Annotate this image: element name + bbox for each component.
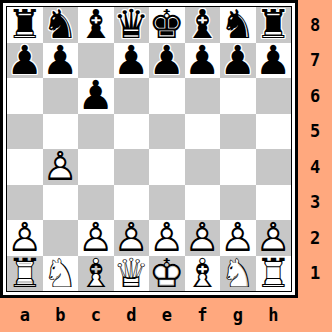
rank-label-7: 7 <box>298 43 332 79</box>
square-a4[interactable] <box>7 149 43 185</box>
piece-black-pawn[interactable]: ♟︎ <box>78 78 114 114</box>
chess-board: ♜♞♝♛♚♝♞♜♟︎♟︎♟︎♟︎♟︎♟︎♟︎♟︎♟︎♙︎♟︎♙︎♟︎♙︎♟︎♙︎… <box>7 7 291 291</box>
square-c8[interactable]: ♝ <box>78 7 114 43</box>
square-g6[interactable] <box>220 78 256 114</box>
square-d1[interactable]: ♛♕ <box>114 256 150 292</box>
square-a1[interactable]: ♜♖ <box>7 256 43 292</box>
piece-outline: ♔ <box>149 256 185 292</box>
square-e1[interactable]: ♚♔ <box>149 256 185 292</box>
piece-outline: ♘ <box>42 256 78 292</box>
square-d7[interactable]: ♟︎ <box>114 43 150 79</box>
square-b1[interactable]: ♞♘ <box>43 256 79 292</box>
piece-black-pawn[interactable]: ♟︎ <box>149 43 185 79</box>
file-label-f: f <box>185 298 221 332</box>
rank-label-6: 6 <box>298 78 332 114</box>
piece-black-pawn[interactable]: ♟︎ <box>43 43 79 79</box>
file-labels: a b c d e f g h <box>7 298 291 332</box>
chess-board-frame: ♜♞♝♛♚♝♞♜♟︎♟︎♟︎♟︎♟︎♟︎♟︎♟︎♟︎♙︎♟︎♙︎♟︎♙︎♟︎♙︎… <box>0 0 298 298</box>
square-a6[interactable] <box>7 78 43 114</box>
square-e5[interactable] <box>149 114 185 150</box>
square-g4[interactable] <box>220 149 256 185</box>
piece-outline: ♖ <box>7 256 43 292</box>
square-f4[interactable] <box>185 149 221 185</box>
file-label-a: a <box>7 298 43 332</box>
rank-label-1: 1 <box>298 256 332 292</box>
piece-black-pawn[interactable]: ♟︎ <box>7 43 43 79</box>
rank-label-8: 8 <box>298 7 332 43</box>
piece-white-knight[interactable]: ♞♘ <box>220 256 256 292</box>
piece-white-pawn[interactable]: ♟︎♙︎ <box>43 149 79 185</box>
square-h4[interactable] <box>256 149 292 185</box>
piece-outline: ♕ <box>113 256 149 292</box>
square-h1[interactable]: ♜♖ <box>256 256 292 292</box>
square-g1[interactable]: ♞♘ <box>220 256 256 292</box>
piece-white-king[interactable]: ♚♔ <box>149 256 185 292</box>
square-d4[interactable] <box>114 149 150 185</box>
rank-label-2: 2 <box>298 220 332 256</box>
piece-outline: ♖ <box>255 256 291 292</box>
piece-white-rook[interactable]: ♜♖ <box>7 256 43 292</box>
piece-white-bishop[interactable]: ♝♗ <box>78 256 114 292</box>
rank-labels: 8 7 6 5 4 3 2 1 <box>298 7 332 291</box>
square-f1[interactable]: ♝♗ <box>185 256 221 292</box>
square-e4[interactable] <box>149 149 185 185</box>
square-g7[interactable]: ♟︎ <box>220 43 256 79</box>
square-h7[interactable]: ♟︎ <box>256 43 292 79</box>
square-f7[interactable]: ♟︎ <box>185 43 221 79</box>
square-h6[interactable] <box>256 78 292 114</box>
file-label-h: h <box>256 298 292 332</box>
piece-outline: ♗ <box>78 256 114 292</box>
piece-white-rook[interactable]: ♜♖ <box>256 256 292 292</box>
piece-black-bishop[interactable]: ♝ <box>78 7 114 43</box>
square-d6[interactable] <box>114 78 150 114</box>
square-c6[interactable]: ♟︎ <box>78 78 114 114</box>
piece-silhouette: ♟︎ <box>255 43 291 79</box>
square-a7[interactable]: ♟︎ <box>7 43 43 79</box>
piece-white-knight[interactable]: ♞♘ <box>43 256 79 292</box>
piece-silhouette: ♝ <box>78 7 114 43</box>
piece-silhouette: ♟︎ <box>149 43 185 79</box>
piece-white-queen[interactable]: ♛♕ <box>114 256 150 292</box>
piece-silhouette: ♟︎ <box>78 78 114 114</box>
square-c5[interactable] <box>78 114 114 150</box>
square-e7[interactable]: ♟︎ <box>149 43 185 79</box>
file-label-d: d <box>114 298 150 332</box>
square-c4[interactable] <box>78 149 114 185</box>
square-b3[interactable] <box>43 185 79 221</box>
file-label-e: e <box>149 298 185 332</box>
piece-black-pawn[interactable]: ♟︎ <box>220 43 256 79</box>
square-h5[interactable] <box>256 114 292 150</box>
rank-label-4: 4 <box>298 149 332 185</box>
file-label-b: b <box>43 298 79 332</box>
square-g5[interactable] <box>220 114 256 150</box>
file-label-g: g <box>220 298 256 332</box>
piece-silhouette: ♟︎ <box>220 43 256 79</box>
square-f6[interactable] <box>185 78 221 114</box>
square-e6[interactable] <box>149 78 185 114</box>
piece-outline: ♗ <box>184 256 220 292</box>
square-d5[interactable] <box>114 114 150 150</box>
chess-diagram: ♜♞♝♛♚♝♞♜♟︎♟︎♟︎♟︎♟︎♟︎♟︎♟︎♟︎♙︎♟︎♙︎♟︎♙︎♟︎♙︎… <box>0 0 332 332</box>
rank-label-3: 3 <box>298 185 332 221</box>
file-label-c: c <box>78 298 114 332</box>
square-b7[interactable]: ♟︎ <box>43 43 79 79</box>
piece-outline: ♘ <box>220 256 256 292</box>
square-f5[interactable] <box>185 114 221 150</box>
piece-silhouette: ♟︎ <box>184 43 220 79</box>
piece-black-pawn[interactable]: ♟︎ <box>185 43 221 79</box>
square-b6[interactable] <box>43 78 79 114</box>
rank-label-5: 5 <box>298 114 332 150</box>
square-a5[interactable] <box>7 114 43 150</box>
square-c1[interactable]: ♝♗ <box>78 256 114 292</box>
piece-outline: ♙︎ <box>42 149 78 185</box>
piece-silhouette: ♟︎ <box>42 43 78 79</box>
piece-black-pawn[interactable]: ♟︎ <box>256 43 292 79</box>
piece-black-pawn[interactable]: ♟︎ <box>114 43 150 79</box>
piece-white-bishop[interactable]: ♝♗ <box>185 256 221 292</box>
square-b4[interactable]: ♟︎♙︎ <box>43 149 79 185</box>
piece-silhouette: ♟︎ <box>7 43 43 79</box>
piece-silhouette: ♟︎ <box>113 43 149 79</box>
